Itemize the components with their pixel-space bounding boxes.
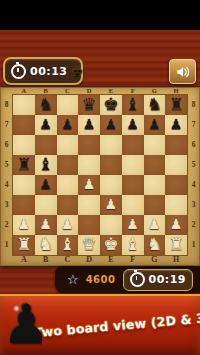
star-icon: ☆ [67,273,79,286]
file-label: G [144,255,166,265]
file-label: A [13,87,35,95]
score-value: 4600 [86,274,116,285]
square-c6[interactable] [57,135,79,155]
square-f4[interactable] [122,175,144,195]
rank-label: 4 [187,175,200,195]
black-clock: 00:13 ♚ [3,57,83,85]
piece-black-pawn: ♟ [61,117,74,131]
square-c8[interactable] [57,95,79,115]
piece-black-knight: ♞ [147,96,162,113]
piece-black-rook: ♜ [169,96,184,113]
piece-white-knight: ♞ [38,236,53,253]
rank-labels-right: 87654321 [187,95,200,255]
rank-label: 7 [187,115,200,135]
square-e8[interactable]: ♚ [100,95,122,115]
square-b3[interactable] [35,195,57,215]
square-h8[interactable]: ♜ [165,95,187,115]
sound-button[interactable] [169,59,196,84]
square-f8[interactable]: ♝ [122,95,144,115]
piece-white-pawn: ♟ [170,217,183,231]
square-c3[interactable] [57,195,79,215]
square-b5[interactable]: ♝ [35,155,57,175]
square-e7[interactable]: ♟ [100,115,122,135]
square-g1[interactable]: ♞ [144,235,166,255]
rank-label: 2 [187,215,200,235]
square-h2[interactable]: ♟ [165,215,187,235]
file-labels-bottom: ABCDEFGH [13,255,187,265]
black-clock-time: 00:13 [30,65,68,78]
square-f2[interactable]: ♟ [122,215,144,235]
white-clock-time: 00:19 [149,273,187,286]
square-c2[interactable]: ♟ [57,215,79,235]
piece-black-bishop: ♝ [125,96,140,113]
black-pawn-icon: ♟ [0,293,42,355]
square-a1[interactable]: ♜ [13,235,35,255]
chess-board: ♞♛♚♝♞♜♟♟♟♟♟♟♟♜♝♟♟♟♟♟♟♟♟♟♜♞♝♛♚♝♞♜ [13,95,187,255]
square-b4[interactable]: ♟ [35,175,57,195]
stopwatch-icon [130,272,145,287]
white-clock: 00:19 [123,269,194,291]
rank-label: 7 [0,115,13,135]
square-e1[interactable]: ♚ [100,235,122,255]
piece-white-king: ♚ [103,236,118,253]
square-a2[interactable]: ♟ [13,215,35,235]
square-f5[interactable] [122,155,144,175]
square-f6[interactable] [122,135,144,155]
file-label: A [13,255,35,265]
square-b8[interactable]: ♞ [35,95,57,115]
piece-white-pawn: ♟ [18,217,31,231]
square-h3[interactable] [165,195,187,215]
rank-label: 2 [0,215,13,235]
piece-black-knight: ♞ [38,96,53,113]
square-d8[interactable]: ♛ [78,95,100,115]
rank-label: 6 [187,135,200,155]
speaker-icon [176,66,190,78]
square-g8[interactable]: ♞ [144,95,166,115]
square-a7[interactable] [13,115,35,135]
piece-black-bishop: ♝ [38,156,53,173]
rank-label: 5 [187,155,200,175]
square-h6[interactable] [165,135,187,155]
rank-label: 4 [0,175,13,195]
chess-app-screen: 00:13 ♚ ABCDEFGH 87654321 ♞♛♚♝♞♜♟♟♟♟♟♟♟♜… [0,0,200,355]
piece-black-pawn: ♟ [105,117,118,131]
square-c4[interactable] [57,175,79,195]
square-e3[interactable]: ♟ [100,195,122,215]
piece-white-knight: ♞ [147,236,162,253]
piece-white-pawn: ♟ [61,217,74,231]
square-g3[interactable] [144,195,166,215]
square-e5[interactable] [100,155,122,175]
square-g6[interactable] [144,135,166,155]
rank-label: 1 [187,235,200,255]
square-d7[interactable]: ♟ [78,115,100,135]
piece-white-pawn: ♟ [126,217,139,231]
rank-label: 3 [0,195,13,215]
square-e4[interactable] [100,175,122,195]
rank-label: 8 [0,95,13,115]
chess-board-frame: ABCDEFGH 87654321 ♞♛♚♝♞♜♟♟♟♟♟♟♟♜♝♟♟♟♟♟♟♟… [0,86,200,267]
file-label: C [57,87,79,95]
file-label: H [165,255,187,265]
piece-white-bishop: ♝ [125,236,140,253]
banner-text: Two board view (2D & 3D) [34,311,200,340]
file-label: D [78,255,100,265]
square-c1[interactable]: ♝ [57,235,79,255]
square-d3[interactable] [78,195,100,215]
rank-labels-left: 87654321 [0,95,13,255]
piece-black-pawn: ♟ [39,177,52,191]
square-b7[interactable]: ♟ [35,115,57,135]
status-bar: ☆ 4600 00:19 ♚ [55,266,200,293]
file-label: C [57,255,79,265]
square-h4[interactable] [165,175,187,195]
piece-black-queen: ♛ [82,96,97,113]
piece-white-bishop: ♝ [60,236,75,253]
file-label: F [122,255,144,265]
square-b6[interactable] [35,135,57,155]
square-a5[interactable]: ♜ [13,155,35,175]
square-d6[interactable] [78,135,100,155]
rank-label: 8 [187,95,200,115]
square-g7[interactable]: ♟ [144,115,166,135]
square-a8[interactable] [13,95,35,115]
square-h5[interactable] [165,155,187,175]
file-label: E [100,255,122,265]
square-d1[interactable]: ♛ [78,235,100,255]
square-b1[interactable]: ♞ [35,235,57,255]
piece-white-rook: ♜ [16,236,31,253]
piece-black-pawn: ♟ [170,117,183,131]
square-d2[interactable] [78,215,100,235]
square-d5[interactable] [78,155,100,175]
square-e6[interactable] [100,135,122,155]
piece-white-rook: ♜ [169,236,184,253]
square-f7[interactable]: ♟ [122,115,144,135]
piece-black-king: ♚ [103,96,118,113]
square-f3[interactable] [122,195,144,215]
piece-black-pawn: ♟ [83,117,96,131]
piece-black-rook: ♜ [16,156,31,173]
square-e2[interactable] [100,215,122,235]
square-g2[interactable]: ♟ [144,215,166,235]
stopwatch-icon [11,64,26,79]
square-d4[interactable]: ♟ [78,175,100,195]
square-a6[interactable] [13,135,35,155]
piece-white-pawn: ♟ [83,177,96,191]
rank-label: 5 [0,155,13,175]
rank-label: 1 [0,235,13,255]
square-c7[interactable]: ♟ [57,115,79,135]
piece-white-pawn: ♟ [105,197,118,211]
black-king-icon: ♚ [72,65,84,78]
square-f1[interactable]: ♝ [122,235,144,255]
piece-white-pawn: ♟ [39,217,52,231]
piece-black-pawn: ♟ [39,117,52,131]
square-h7[interactable]: ♟ [165,115,187,135]
piece-white-queen: ♛ [82,236,97,253]
square-b2[interactable]: ♟ [35,215,57,235]
rank-label: 6 [0,135,13,155]
piece-black-pawn: ♟ [148,117,161,131]
screen-top-bar [0,0,200,30]
square-h1[interactable]: ♜ [165,235,187,255]
square-g4[interactable] [144,175,166,195]
file-label: B [35,255,57,265]
square-g5[interactable] [144,155,166,175]
square-c5[interactable] [57,155,79,175]
square-a4[interactable] [13,175,35,195]
square-a3[interactable] [13,195,35,215]
rank-label: 3 [187,195,200,215]
piece-white-pawn: ♟ [148,217,161,231]
piece-black-pawn: ♟ [126,117,139,131]
